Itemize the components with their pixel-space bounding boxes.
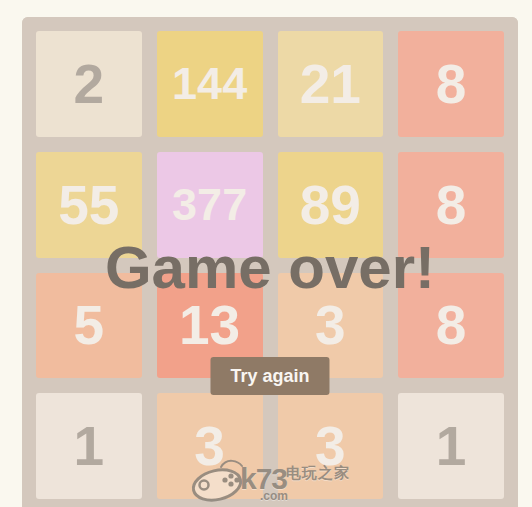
gamepad-icon: [190, 457, 246, 507]
try-again-button[interactable]: Try again: [210, 357, 329, 395]
watermark-domain-text: .com: [260, 490, 288, 502]
watermark: k73 电玩之家 .com: [190, 452, 355, 507]
watermark-site-name-text: 电玩之家: [286, 465, 350, 480]
game-board: 214421855377898513381331 Game over! Try …: [22, 17, 518, 507]
page: 214421855377898513381331 Game over! Try …: [0, 0, 532, 507]
game-over-fade: [22, 17, 518, 507]
